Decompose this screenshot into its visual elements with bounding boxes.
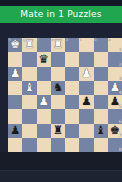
app-screen: Mate in 1 Puzzles h♚g♜fe♜dcba1♛2♟♟3♝♞4♟♟… (0, 0, 122, 182)
page-title: Mate in 1 Puzzles (20, 6, 101, 23)
square-e8[interactable] (51, 138, 65, 152)
white-rook-icon: ♜ (24, 39, 34, 51)
square-c1[interactable]: c (79, 38, 93, 52)
square-g2[interactable] (22, 52, 36, 66)
square-d5[interactable] (65, 95, 79, 109)
footer-area (0, 152, 122, 182)
square-a7[interactable]: 7♚ (108, 124, 122, 138)
square-b4[interactable] (94, 81, 108, 95)
square-b7[interactable]: ♝ (94, 124, 108, 138)
chess-board: h♚g♜fe♜dcba1♛2♟♟3♝♞4♟♟♟5♟6♟♜♝7♚8 (8, 38, 122, 152)
square-a6[interactable]: 6 (108, 109, 122, 123)
black-queen-icon: ♛ (38, 53, 48, 65)
square-d6[interactable] (65, 109, 79, 123)
file-label-a: a (108, 38, 110, 43)
white-bishop-icon: ♝ (24, 82, 34, 94)
square-h8[interactable] (8, 138, 22, 152)
square-f1[interactable]: f (37, 38, 51, 52)
square-e6[interactable] (51, 109, 65, 123)
square-a5[interactable]: 5♟ (108, 95, 122, 109)
square-b8[interactable] (94, 138, 108, 152)
file-label-g: g (23, 38, 26, 43)
square-b5[interactable] (94, 95, 108, 109)
square-b1[interactable]: b (94, 38, 108, 52)
square-f5[interactable]: ♟ (37, 95, 51, 109)
square-g7[interactable] (22, 124, 36, 138)
black-rook-icon: ♜ (53, 124, 63, 136)
square-c5[interactable]: ♟ (79, 95, 93, 109)
file-label-c: c (80, 38, 82, 43)
square-e2[interactable] (51, 52, 65, 66)
square-d8[interactable] (65, 138, 79, 152)
file-label-f: f (37, 38, 38, 43)
square-c3[interactable]: ♟ (79, 67, 93, 81)
white-rook-icon: ♜ (53, 39, 63, 51)
square-c6[interactable] (79, 109, 93, 123)
square-e1[interactable]: e♜ (51, 38, 65, 52)
square-f3[interactable] (37, 67, 51, 81)
square-a3[interactable]: 3 (108, 67, 122, 81)
square-d3[interactable] (65, 67, 79, 81)
square-b3[interactable] (94, 67, 108, 81)
white-pawn-icon: ♟ (38, 96, 48, 108)
square-b2[interactable] (94, 52, 108, 66)
file-label-d: d (66, 38, 69, 43)
square-g5[interactable] (22, 95, 36, 109)
square-a4[interactable]: 4♟ (108, 81, 122, 95)
square-h6[interactable] (8, 109, 22, 123)
file-label-e: e (51, 38, 53, 43)
square-a1[interactable]: a1 (108, 38, 122, 52)
square-g1[interactable]: g♜ (22, 38, 36, 52)
black-knight-icon: ♞ (53, 82, 63, 94)
square-c7[interactable] (79, 124, 93, 138)
black-pawn-icon: ♟ (110, 96, 120, 108)
white-pawn-icon: ♟ (110, 82, 120, 94)
square-h1[interactable]: h♚ (8, 38, 22, 52)
square-f8[interactable] (37, 138, 51, 152)
square-c8[interactable] (79, 138, 93, 152)
file-label-h: h (9, 38, 12, 43)
black-pawn-icon: ♟ (81, 96, 91, 108)
black-bishop-icon: ♝ (95, 124, 105, 136)
square-d7[interactable] (65, 124, 79, 138)
file-label-b: b (94, 38, 97, 43)
square-h2[interactable] (8, 52, 22, 66)
square-c4[interactable] (79, 81, 93, 95)
square-c2[interactable] (79, 52, 93, 66)
square-a2[interactable]: 2 (108, 52, 122, 66)
square-e3[interactable] (51, 67, 65, 81)
square-h5[interactable] (8, 95, 22, 109)
square-f4[interactable] (37, 81, 51, 95)
square-f6[interactable] (37, 109, 51, 123)
white-king-icon: ♚ (10, 39, 20, 51)
square-g6[interactable] (22, 109, 36, 123)
square-f7[interactable] (37, 124, 51, 138)
black-king-icon: ♚ (110, 124, 120, 136)
footer-lower (0, 171, 122, 182)
square-a8[interactable]: 8 (108, 138, 122, 152)
square-e5[interactable] (51, 95, 65, 109)
square-h7[interactable]: ♟ (8, 124, 22, 138)
square-g8[interactable] (22, 138, 36, 152)
white-pawn-icon: ♟ (10, 67, 20, 79)
title-bar: Mate in 1 Puzzles (0, 6, 122, 23)
square-e4[interactable]: ♞ (51, 81, 65, 95)
square-e7[interactable]: ♜ (51, 124, 65, 138)
square-d4[interactable] (65, 81, 79, 95)
black-pawn-icon: ♟ (10, 124, 20, 136)
square-d1[interactable]: d (65, 38, 79, 52)
square-d2[interactable] (65, 52, 79, 66)
square-b6[interactable] (94, 109, 108, 123)
square-f2[interactable]: ♛ (37, 52, 51, 66)
square-g3[interactable] (22, 67, 36, 81)
square-h3[interactable]: ♟ (8, 67, 22, 81)
square-h4[interactable] (8, 81, 22, 95)
white-pawn-icon: ♟ (81, 67, 91, 79)
square-g4[interactable]: ♝ (22, 81, 36, 95)
